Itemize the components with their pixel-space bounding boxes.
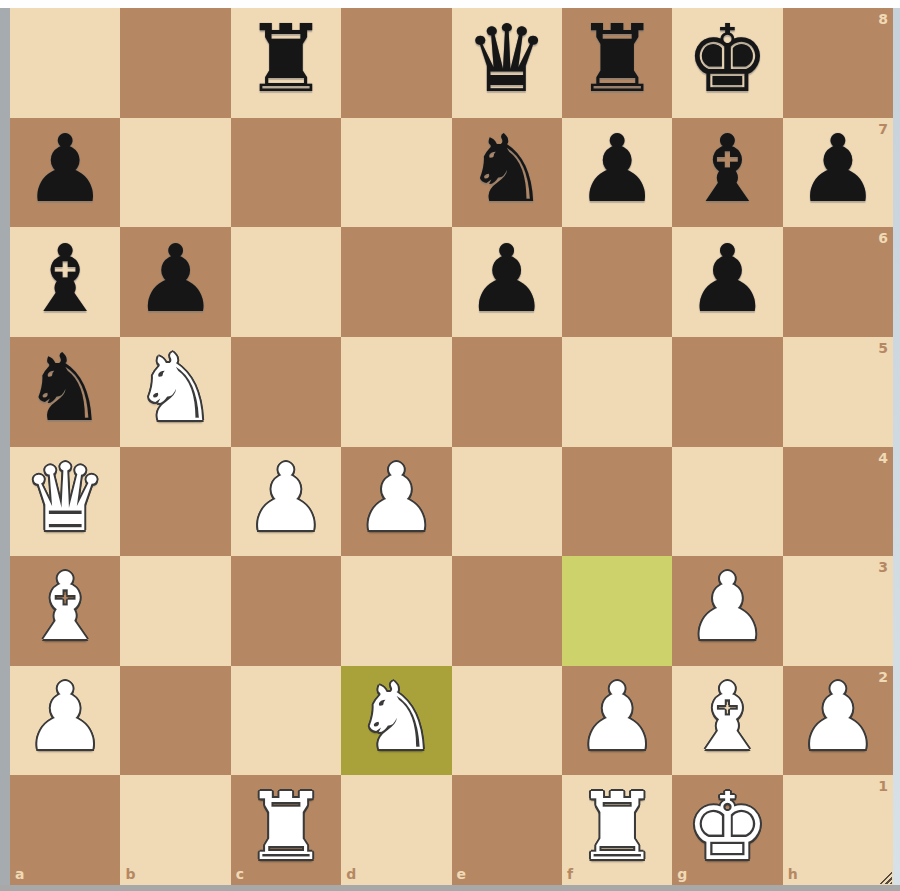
square-e1[interactable]: e [452,775,562,885]
piece-white-pawn[interactable]: ♟ [355,452,438,545]
piece-white-pawn[interactable]: ♟ [575,671,658,764]
square-f3[interactable] [562,556,672,666]
piece-white-knight[interactable]: ♞ [355,671,438,764]
file-label-f: f [567,867,573,881]
square-h3[interactable]: 3 [783,556,893,666]
square-b5[interactable]: ♞ [120,337,230,447]
square-g4[interactable] [672,447,782,557]
square-e2[interactable] [452,666,562,776]
square-f7[interactable]: ♟ [562,118,672,228]
square-g3[interactable]: ♟ [672,556,782,666]
piece-black-pawn[interactable]: ♟ [796,123,879,216]
square-f8[interactable]: ♜ [562,8,672,118]
square-e5[interactable] [452,337,562,447]
square-e3[interactable] [452,556,562,666]
square-g6[interactable]: ♟ [672,227,782,337]
square-a4[interactable]: ♛ [10,447,120,557]
square-g5[interactable] [672,337,782,447]
piece-white-rook[interactable]: ♜ [244,781,327,874]
rank-label-8: 8 [878,12,888,26]
piece-black-pawn[interactable]: ♟ [465,233,548,326]
square-d8[interactable] [341,8,451,118]
piece-black-knight[interactable]: ♞ [24,342,107,435]
square-d4[interactable]: ♟ [341,447,451,557]
square-g7[interactable]: ♝ [672,118,782,228]
square-a8[interactable] [10,8,120,118]
square-c2[interactable] [231,666,341,776]
piece-black-rook[interactable]: ♜ [575,13,658,106]
square-a7[interactable]: ♟ [10,118,120,228]
piece-white-pawn[interactable]: ♟ [24,671,107,764]
square-d5[interactable] [341,337,451,447]
file-label-h: h [788,867,798,881]
square-d6[interactable] [341,227,451,337]
rank-label-4: 4 [878,451,888,465]
square-d7[interactable] [341,118,451,228]
square-e8[interactable]: ♛ [452,8,562,118]
square-f1[interactable]: ♜f [562,775,672,885]
rank-label-1: 1 [878,779,888,793]
square-g2[interactable]: ♝ [672,666,782,776]
piece-black-king[interactable]: ♚ [686,13,769,106]
square-f5[interactable] [562,337,672,447]
square-a2[interactable]: ♟ [10,666,120,776]
file-label-c: c [236,867,244,881]
piece-white-queen[interactable]: ♛ [24,452,107,545]
rank-label-7: 7 [878,122,888,136]
square-h5[interactable]: 5 [783,337,893,447]
square-d2[interactable]: ♞ [341,666,451,776]
board-frame-bottom [0,885,900,891]
square-a6[interactable]: ♝ [10,227,120,337]
square-b1[interactable]: b [120,775,230,885]
rank-label-5: 5 [878,341,888,355]
piece-white-bishop[interactable]: ♝ [24,561,107,654]
piece-white-bishop[interactable]: ♝ [686,671,769,764]
piece-white-pawn[interactable]: ♟ [796,671,879,764]
piece-white-king[interactable]: ♚ [686,781,769,874]
piece-white-pawn[interactable]: ♟ [686,561,769,654]
piece-black-pawn[interactable]: ♟ [24,123,107,216]
square-d1[interactable]: d [341,775,451,885]
file-label-g: g [677,867,687,881]
piece-black-pawn[interactable]: ♟ [134,233,217,326]
square-h1[interactable]: h1 [783,775,893,885]
square-a5[interactable]: ♞ [10,337,120,447]
piece-black-knight[interactable]: ♞ [465,123,548,216]
piece-black-pawn[interactable]: ♟ [575,123,658,216]
rank-label-6: 6 [878,231,888,245]
file-label-b: b [125,867,135,881]
board-frame-right [893,8,900,885]
square-c1[interactable]: ♜c [231,775,341,885]
piece-black-queen[interactable]: ♛ [465,13,548,106]
square-c4[interactable]: ♟ [231,447,341,557]
square-g8[interactable]: ♚ [672,8,782,118]
square-c8[interactable]: ♜ [231,8,341,118]
square-c5[interactable] [231,337,341,447]
square-h4[interactable]: 4 [783,447,893,557]
square-c7[interactable] [231,118,341,228]
square-b6[interactable]: ♟ [120,227,230,337]
square-f6[interactable] [562,227,672,337]
square-b8[interactable] [120,8,230,118]
board-resize-grip[interactable] [879,871,892,884]
square-e7[interactable]: ♞ [452,118,562,228]
square-e6[interactable]: ♟ [452,227,562,337]
piece-white-pawn[interactable]: ♟ [244,452,327,545]
square-h7[interactable]: ♟7 [783,118,893,228]
piece-white-rook[interactable]: ♜ [575,781,658,874]
file-label-d: d [346,867,356,881]
square-b3[interactable] [120,556,230,666]
square-e4[interactable] [452,447,562,557]
square-g1[interactable]: ♚g [672,775,782,885]
square-b4[interactable] [120,447,230,557]
square-h2[interactable]: ♟2 [783,666,893,776]
square-a3[interactable]: ♝ [10,556,120,666]
chess-app-window: ♜♛♜♚8♟♞♟♝♟7♝♟♟♟6♞♞5♛♟♟4♝♟3♟♞♟♝♟2ab♜cde♜f… [0,0,900,891]
chess-board[interactable]: ♜♛♜♚8♟♞♟♝♟7♝♟♟♟6♞♞5♛♟♟4♝♟3♟♞♟♝♟2ab♜cde♜f… [10,8,893,885]
square-f4[interactable] [562,447,672,557]
square-a1[interactable]: a [10,775,120,885]
square-f2[interactable]: ♟ [562,666,672,776]
rank-label-3: 3 [878,560,888,574]
square-d3[interactable] [341,556,451,666]
square-b7[interactable] [120,118,230,228]
board-frame-left [0,8,10,885]
piece-black-bishop[interactable]: ♝ [24,233,107,326]
square-c3[interactable] [231,556,341,666]
piece-black-pawn[interactable]: ♟ [686,233,769,326]
file-label-a: a [15,867,24,881]
rank-label-2: 2 [878,670,888,684]
file-label-e: e [457,867,467,881]
square-h6[interactable]: 6 [783,227,893,337]
piece-black-bishop[interactable]: ♝ [686,123,769,216]
square-h8[interactable]: 8 [783,8,893,118]
square-c6[interactable] [231,227,341,337]
piece-white-knight[interactable]: ♞ [134,342,217,435]
square-b2[interactable] [120,666,230,776]
piece-black-rook[interactable]: ♜ [244,13,327,106]
